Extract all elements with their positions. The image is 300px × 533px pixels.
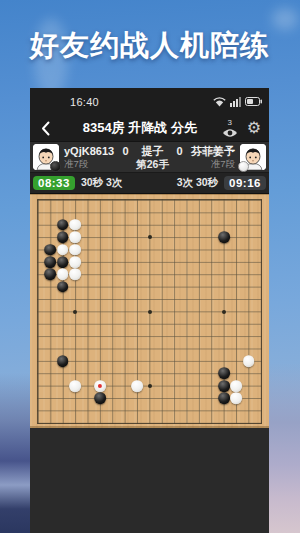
white-stone — [230, 392, 242, 404]
black-stone-indicator — [50, 161, 61, 172]
room-title: 8354房 升降战 分先 — [58, 119, 222, 137]
viewer-count: 3 — [227, 119, 231, 127]
mountain-left — [0, 373, 30, 533]
white-player-rank: 准7段 — [211, 158, 235, 170]
white-player-name: 芬菲姜予 — [191, 145, 235, 158]
black-stone — [57, 281, 69, 293]
black-stone — [218, 380, 230, 392]
white-main-timer: 09:16 — [224, 176, 266, 190]
white-stone — [69, 380, 81, 392]
white-stone-indicator — [238, 161, 249, 172]
white-stone — [94, 380, 106, 392]
black-stone — [45, 256, 57, 268]
viewers-button[interactable]: 3 — [222, 119, 238, 138]
go-board[interactable] — [30, 194, 269, 428]
white-byoyomi: 3次 30秒 — [177, 176, 218, 190]
white-captures: 0 — [177, 145, 183, 158]
black-player-avatar — [33, 144, 59, 170]
black-player-info: yQjK8613 准7段 — [64, 145, 114, 170]
white-stone — [131, 380, 143, 392]
back-button[interactable] — [32, 115, 58, 141]
white-stone — [69, 244, 81, 256]
white-stone — [69, 268, 81, 280]
white-stone — [69, 231, 81, 243]
white-stone — [69, 256, 81, 268]
white-player-info: 芬菲姜予 准7段 — [191, 145, 235, 170]
star-point — [148, 384, 152, 388]
mountain-right — [269, 363, 300, 533]
black-byoyomi: 30秒 3次 — [81, 176, 122, 190]
board-grid — [37, 199, 262, 424]
black-captures: 0 — [122, 145, 128, 158]
white-stone — [230, 380, 242, 392]
star-point — [222, 310, 226, 314]
game-info: 0 提子 0 第26手 — [119, 145, 186, 170]
banner-title: 好友约战人机陪练 — [0, 26, 300, 66]
status-icons — [213, 97, 262, 107]
header-actions: 3 ⚙ — [222, 119, 261, 138]
player-bar: yQjK8613 准7段 0 提子 0 第26手 芬菲姜予 准7段 — [30, 141, 269, 173]
black-stone — [57, 231, 69, 243]
star-point — [73, 310, 77, 314]
phone-screenshot: 16:40 8354房 升降战 分先 — [30, 88, 269, 533]
black-player-name: yQjK8613 — [64, 145, 114, 158]
wifi-icon — [213, 97, 226, 107]
app-header: 8354房 升降战 分先 3 ⚙ — [30, 115, 269, 141]
star-point — [148, 235, 152, 239]
captures-line: 0 提子 0 — [122, 145, 182, 158]
timer-row: 08:33 30秒 3次 3次 30秒 09:16 — [30, 173, 269, 194]
status-bar: 16:40 — [30, 88, 269, 115]
white-stone — [243, 355, 255, 367]
white-stone — [57, 268, 69, 280]
back-chevron-icon — [41, 121, 50, 136]
black-main-timer: 08:33 — [33, 176, 75, 190]
captures-label: 提子 — [142, 145, 164, 158]
signal-icon — [230, 97, 241, 107]
settings-button[interactable]: ⚙ — [247, 120, 261, 136]
black-stone — [94, 392, 106, 404]
move-number: 第26手 — [136, 158, 169, 170]
battery-icon — [245, 97, 262, 106]
white-stone — [69, 219, 81, 231]
white-player-avatar — [240, 144, 266, 170]
star-point — [148, 310, 152, 314]
black-stone — [218, 231, 230, 243]
black-player-rank: 准7段 — [64, 158, 114, 170]
black-stone — [57, 219, 69, 231]
last-move-marker — [98, 384, 103, 389]
black-stone — [45, 268, 57, 280]
white-stone — [57, 244, 69, 256]
bottom-panel — [30, 428, 269, 533]
eye-icon — [222, 128, 238, 138]
black-stone — [57, 355, 69, 367]
black-stone — [218, 392, 230, 404]
black-stone — [218, 368, 230, 380]
black-stone — [45, 244, 57, 256]
status-time: 16:40 — [70, 96, 99, 108]
black-stone — [57, 256, 69, 268]
